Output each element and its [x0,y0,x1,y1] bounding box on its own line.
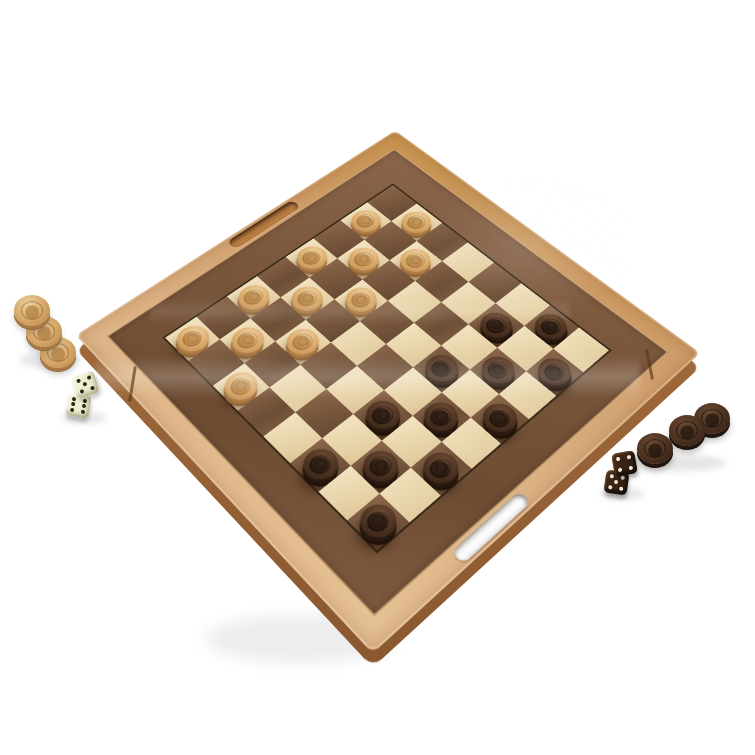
die-pip [81,410,86,415]
loose-dark-checker[interactable]: ● [637,433,673,464]
die-pip [70,408,75,413]
loose-dark-checker[interactable]: ● [669,415,705,446]
die-pip [616,457,621,462]
die-pip [619,487,624,492]
die-pip [608,485,613,490]
die-pip [71,402,76,407]
die-pip [627,455,632,460]
dark-die[interactable] [611,450,638,477]
product-photo-scene: ●●●●●●●●●●●●●●●●●●●●●●●● ● ● ● ● ● ● [0,0,755,755]
loose-light-checker[interactable]: ● [14,295,50,326]
die-pip [621,475,626,480]
die-pip [618,468,623,473]
beech-frame: ●●●●●●●●●●●●●●●●●●●●●●●● [76,131,701,654]
die-pip [82,404,87,409]
die-pip [76,378,81,383]
game-board: ●●●●●●●●●●●●●●●●●●●●●●●● [76,131,701,654]
die-pip [79,389,84,394]
die-pip [72,397,77,402]
die-pip [83,399,88,404]
die-pip [90,386,95,391]
die-pip [83,382,88,387]
die-pip [87,375,92,380]
die-pip [614,480,619,485]
die-pip [629,466,634,471]
die-pip [609,474,614,479]
walnut-margin: ●●●●●●●●●●●●●●●●●●●●●●●● [106,149,669,617]
